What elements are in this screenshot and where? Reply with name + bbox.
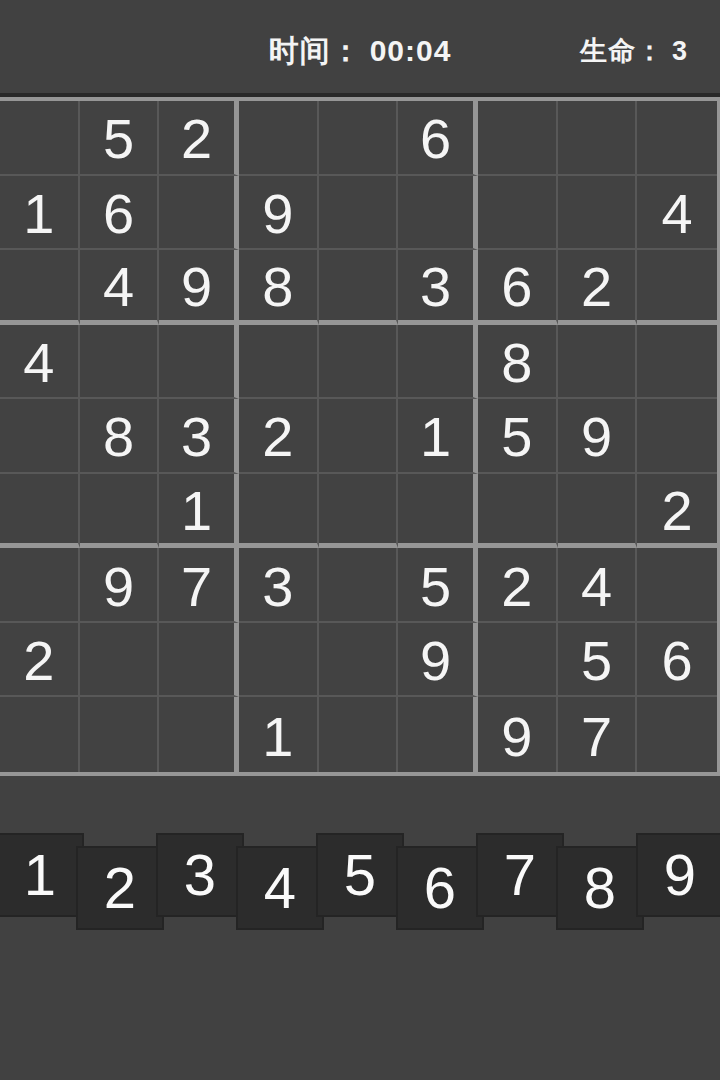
cell-r8c4[interactable] — [239, 623, 319, 698]
given-digit: 5 — [420, 559, 451, 615]
numpad-key-3[interactable]: 3 — [156, 833, 244, 917]
given-digit: 2 — [23, 633, 54, 689]
numpad-key-8[interactable]: 8 — [556, 846, 644, 930]
cell-r6c1[interactable] — [0, 474, 80, 549]
given-digit: 8 — [501, 335, 532, 391]
cell-r1c9[interactable] — [637, 101, 717, 176]
given-digit: 7 — [581, 709, 612, 765]
given-digit: 2 — [262, 409, 293, 465]
timer: 时间：00:04 — [269, 31, 452, 72]
lives-label: 生命： — [580, 36, 664, 66]
cell-r6c9[interactable]: 2 — [637, 474, 717, 549]
cell-r5c7[interactable]: 5 — [478, 399, 558, 474]
cell-r3c2[interactable]: 4 — [80, 250, 160, 325]
cell-r3c8[interactable]: 2 — [558, 250, 638, 325]
cell-r8c7[interactable] — [478, 623, 558, 698]
given-digit: 5 — [103, 111, 134, 167]
cell-r5c2[interactable]: 8 — [80, 399, 160, 474]
cell-r4c7[interactable]: 8 — [478, 325, 558, 400]
timer-value: 00:04 — [370, 34, 452, 67]
cell-r3c5[interactable] — [319, 250, 399, 325]
numpad-key-2[interactable]: 2 — [76, 846, 164, 930]
cell-r7c1[interactable] — [0, 548, 80, 623]
cell-r5c4[interactable]: 2 — [239, 399, 319, 474]
cell-r6c8[interactable] — [558, 474, 638, 549]
given-digit: 9 — [103, 559, 134, 615]
cell-r9c7[interactable]: 9 — [478, 697, 558, 772]
given-digit: 8 — [262, 259, 293, 315]
given-digit: 6 — [501, 259, 532, 315]
lives: 生命：3 — [580, 33, 688, 69]
given-digit: 9 — [420, 633, 451, 689]
cell-r1c4[interactable] — [239, 101, 319, 176]
cell-r1c8[interactable] — [558, 101, 638, 176]
cell-r4c1[interactable]: 4 — [0, 325, 80, 400]
given-digit: 4 — [662, 186, 693, 242]
cell-r3c7[interactable]: 6 — [478, 250, 558, 325]
given-digit: 9 — [501, 709, 532, 765]
given-digit: 9 — [181, 259, 212, 315]
given-digit: 4 — [23, 335, 54, 391]
cell-r1c2[interactable]: 5 — [80, 101, 160, 176]
cell-r8c1[interactable]: 2 — [0, 623, 80, 698]
cell-r1c3[interactable]: 2 — [159, 101, 239, 176]
cell-r7c5[interactable] — [319, 548, 399, 623]
cell-r5c3[interactable]: 3 — [159, 399, 239, 474]
sudoku-board: 526169449836248832159129735242956197 — [0, 97, 720, 776]
given-digit: 9 — [262, 186, 293, 242]
cell-r9c8[interactable]: 7 — [558, 697, 638, 772]
given-digit: 2 — [181, 111, 212, 167]
cell-r3c1[interactable] — [0, 250, 80, 325]
given-digit: 6 — [420, 111, 451, 167]
cell-r2c7[interactable] — [478, 176, 558, 251]
cell-r1c6[interactable]: 6 — [398, 101, 478, 176]
given-digit: 8 — [103, 409, 134, 465]
cell-r8c2[interactable] — [80, 623, 160, 698]
numpad-key-6[interactable]: 6 — [396, 846, 484, 930]
cell-r2c3[interactable] — [159, 176, 239, 251]
cell-r3c6[interactable]: 3 — [398, 250, 478, 325]
cell-r8c6[interactable]: 9 — [398, 623, 478, 698]
cell-r9c6[interactable] — [398, 697, 478, 772]
cell-r8c8[interactable]: 5 — [558, 623, 638, 698]
cell-r7c7[interactable]: 2 — [478, 548, 558, 623]
cell-r6c5[interactable] — [319, 474, 399, 549]
given-digit: 9 — [581, 409, 612, 465]
numpad-key-5[interactable]: 5 — [316, 833, 404, 917]
given-digit: 2 — [581, 259, 612, 315]
timer-label: 时间： — [269, 34, 362, 67]
cell-r4c2[interactable] — [80, 325, 160, 400]
cell-r9c2[interactable] — [80, 697, 160, 772]
cell-r5c5[interactable] — [319, 399, 399, 474]
cell-r4c6[interactable] — [398, 325, 478, 400]
given-digit: 1 — [420, 409, 451, 465]
cell-r2c1[interactable]: 1 — [0, 176, 80, 251]
given-digit: 5 — [501, 409, 532, 465]
cell-r1c7[interactable] — [478, 101, 558, 176]
given-digit: 1 — [181, 483, 212, 539]
cell-r7c4[interactable]: 3 — [239, 548, 319, 623]
cell-r2c8[interactable] — [558, 176, 638, 251]
given-digit: 7 — [181, 559, 212, 615]
cell-r2c6[interactable] — [398, 176, 478, 251]
cell-r8c3[interactable] — [159, 623, 239, 698]
cell-r4c3[interactable] — [159, 325, 239, 400]
cell-r8c5[interactable] — [319, 623, 399, 698]
cell-r7c6[interactable]: 5 — [398, 548, 478, 623]
given-digit: 3 — [262, 559, 293, 615]
cell-r3c9[interactable] — [637, 250, 717, 325]
cell-r8c9[interactable]: 6 — [637, 623, 717, 698]
cell-r6c3[interactable]: 1 — [159, 474, 239, 549]
numpad-key-1[interactable]: 1 — [0, 833, 84, 917]
given-digit: 1 — [23, 186, 54, 242]
given-digit: 1 — [262, 709, 293, 765]
numpad-key-9[interactable]: 9 — [636, 833, 720, 917]
given-digit: 5 — [581, 633, 612, 689]
cell-r9c4[interactable]: 1 — [239, 697, 319, 772]
cell-r7c3[interactable]: 7 — [159, 548, 239, 623]
cell-r7c2[interactable]: 9 — [80, 548, 160, 623]
cell-r2c2[interactable]: 6 — [80, 176, 160, 251]
given-digit: 2 — [501, 559, 532, 615]
cell-r9c3[interactable] — [159, 697, 239, 772]
cell-r6c6[interactable] — [398, 474, 478, 549]
cell-r1c1[interactable] — [0, 101, 80, 176]
given-digit: 3 — [420, 259, 451, 315]
cell-r2c9[interactable]: 4 — [637, 176, 717, 251]
cell-r4c5[interactable] — [319, 325, 399, 400]
cell-r4c9[interactable] — [637, 325, 717, 400]
cell-r2c4[interactable]: 9 — [239, 176, 319, 251]
given-digit: 3 — [181, 409, 212, 465]
cell-r1c5[interactable] — [319, 101, 399, 176]
cell-r7c8[interactable]: 4 — [558, 548, 638, 623]
cell-r5c1[interactable] — [0, 399, 80, 474]
cell-r7c9[interactable] — [637, 548, 717, 623]
cell-r3c3[interactable]: 9 — [159, 250, 239, 325]
given-digit: 2 — [662, 483, 693, 539]
cell-r9c1[interactable] — [0, 697, 80, 772]
cell-r5c8[interactable]: 9 — [558, 399, 638, 474]
given-digit: 4 — [581, 559, 612, 615]
given-digit: 4 — [103, 259, 134, 315]
lives-value: 3 — [672, 36, 688, 66]
cell-r6c2[interactable] — [80, 474, 160, 549]
cell-r5c9[interactable] — [637, 399, 717, 474]
cell-r4c8[interactable] — [558, 325, 638, 400]
cell-r5c6[interactable]: 1 — [398, 399, 478, 474]
cell-r4c4[interactable] — [239, 325, 319, 400]
cell-r2c5[interactable] — [319, 176, 399, 251]
cell-r9c9[interactable] — [637, 697, 717, 772]
cell-r6c4[interactable] — [239, 474, 319, 549]
given-digit: 6 — [103, 186, 134, 242]
cell-r6c7[interactable] — [478, 474, 558, 549]
cell-r9c5[interactable] — [319, 697, 399, 772]
numpad-key-7[interactable]: 7 — [476, 833, 564, 917]
given-digit: 6 — [662, 633, 693, 689]
numpad-key-4[interactable]: 4 — [236, 846, 324, 930]
cell-r3c4[interactable]: 8 — [239, 250, 319, 325]
top-bar: 时间：00:04 生命：3 — [0, 0, 720, 93]
